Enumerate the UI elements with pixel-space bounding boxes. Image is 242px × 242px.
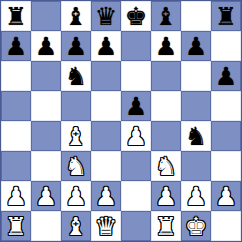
square-a8[interactable]: ♜ [1,1,31,31]
square-g8[interactable] [181,1,211,31]
square-b7[interactable]: ♟ [31,31,61,61]
black-pawn-piece: ♟ [155,34,177,59]
square-e8[interactable]: ♚ [121,1,151,31]
white-pawn-piece: ♟ [215,184,237,209]
square-h6[interactable]: ♟ [211,61,241,91]
square-g7[interactable]: ♟ [181,31,211,61]
square-c3[interactable]: ♞ [61,151,91,181]
square-a1[interactable]: ♜ [1,211,31,241]
square-d1[interactable]: ♛ [91,211,121,241]
square-e6[interactable] [121,61,151,91]
square-e2[interactable] [121,181,151,211]
white-pawn-piece: ♟ [185,184,207,209]
white-bishop-piece: ♝ [65,124,87,149]
white-rook-piece: ♜ [5,214,27,239]
square-c8[interactable]: ♝ [61,1,91,31]
square-f6[interactable] [151,61,181,91]
black-pawn-piece: ♟ [215,64,237,89]
square-g4[interactable]: ♞ [181,121,211,151]
black-rook-piece: ♜ [215,4,237,29]
square-h1[interactable] [211,211,241,241]
square-g6[interactable] [181,61,211,91]
square-d3[interactable] [91,151,121,181]
square-f5[interactable] [151,91,181,121]
square-a4[interactable] [1,121,31,151]
square-d6[interactable] [91,61,121,91]
square-a7[interactable]: ♟ [1,31,31,61]
black-pawn-piece: ♟ [65,34,87,59]
white-rook-piece: ♜ [155,214,177,239]
square-d8[interactable]: ♛ [91,1,121,31]
square-g5[interactable] [181,91,211,121]
square-a6[interactable] [1,61,31,91]
square-d2[interactable]: ♟ [91,181,121,211]
black-pawn-piece: ♟ [185,34,207,59]
square-c4[interactable]: ♝ [61,121,91,151]
white-queen-piece: ♛ [95,214,117,239]
white-king-piece: ♚ [185,214,207,239]
white-pawn-piece: ♟ [5,184,27,209]
square-f4[interactable] [151,121,181,151]
square-a2[interactable]: ♟ [1,181,31,211]
black-rook-piece: ♜ [5,4,27,29]
square-b1[interactable] [31,211,61,241]
square-f7[interactable]: ♟ [151,31,181,61]
square-h8[interactable]: ♜ [211,1,241,31]
square-f3[interactable]: ♞ [151,151,181,181]
white-bishop-piece: ♝ [65,214,87,239]
square-a5[interactable] [1,91,31,121]
square-h5[interactable] [211,91,241,121]
square-b8[interactable] [31,1,61,31]
square-f2[interactable]: ♟ [151,181,181,211]
square-f1[interactable]: ♜ [151,211,181,241]
square-e1[interactable] [121,211,151,241]
white-pawn-piece: ♟ [155,184,177,209]
square-e4[interactable]: ♟ [121,121,151,151]
black-pawn-piece: ♟ [35,34,57,59]
black-queen-piece: ♛ [95,4,117,29]
black-knight-piece: ♞ [185,124,207,149]
white-knight-piece: ♞ [65,154,87,179]
square-h2[interactable]: ♟ [211,181,241,211]
black-pawn-piece: ♟ [95,34,117,59]
square-b5[interactable] [31,91,61,121]
black-king-piece: ♚ [125,4,147,29]
square-h7[interactable] [211,31,241,61]
black-pawn-piece: ♟ [125,94,147,119]
square-a3[interactable] [1,151,31,181]
square-h4[interactable] [211,121,241,151]
square-b2[interactable]: ♟ [31,181,61,211]
square-e5[interactable]: ♟ [121,91,151,121]
square-c2[interactable]: ♟ [61,181,91,211]
square-e3[interactable] [121,151,151,181]
square-g2[interactable]: ♟ [181,181,211,211]
square-c6[interactable]: ♞ [61,61,91,91]
square-e7[interactable] [121,31,151,61]
square-c5[interactable] [61,91,91,121]
black-pawn-piece: ♟ [5,34,27,59]
chess-board: ♜♝♛♚♝♜♟♟♟♟♟♟♞♟♟♝♟♞♞♞♟♟♟♟♟♟♟♜♝♛♜♚ [0,0,242,242]
square-h3[interactable] [211,151,241,181]
white-pawn-piece: ♟ [35,184,57,209]
white-knight-piece: ♞ [155,154,177,179]
white-pawn-piece: ♟ [125,124,147,149]
square-g3[interactable] [181,151,211,181]
square-f8[interactable]: ♝ [151,1,181,31]
square-c1[interactable]: ♝ [61,211,91,241]
square-c7[interactable]: ♟ [61,31,91,61]
square-d4[interactable] [91,121,121,151]
square-b4[interactable] [31,121,61,151]
white-pawn-piece: ♟ [95,184,117,209]
square-b3[interactable] [31,151,61,181]
black-bishop-piece: ♝ [65,4,87,29]
square-g1[interactable]: ♚ [181,211,211,241]
black-bishop-piece: ♝ [155,4,177,29]
square-b6[interactable] [31,61,61,91]
black-knight-piece: ♞ [65,64,87,89]
square-d7[interactable]: ♟ [91,31,121,61]
white-pawn-piece: ♟ [65,184,87,209]
square-d5[interactable] [91,91,121,121]
